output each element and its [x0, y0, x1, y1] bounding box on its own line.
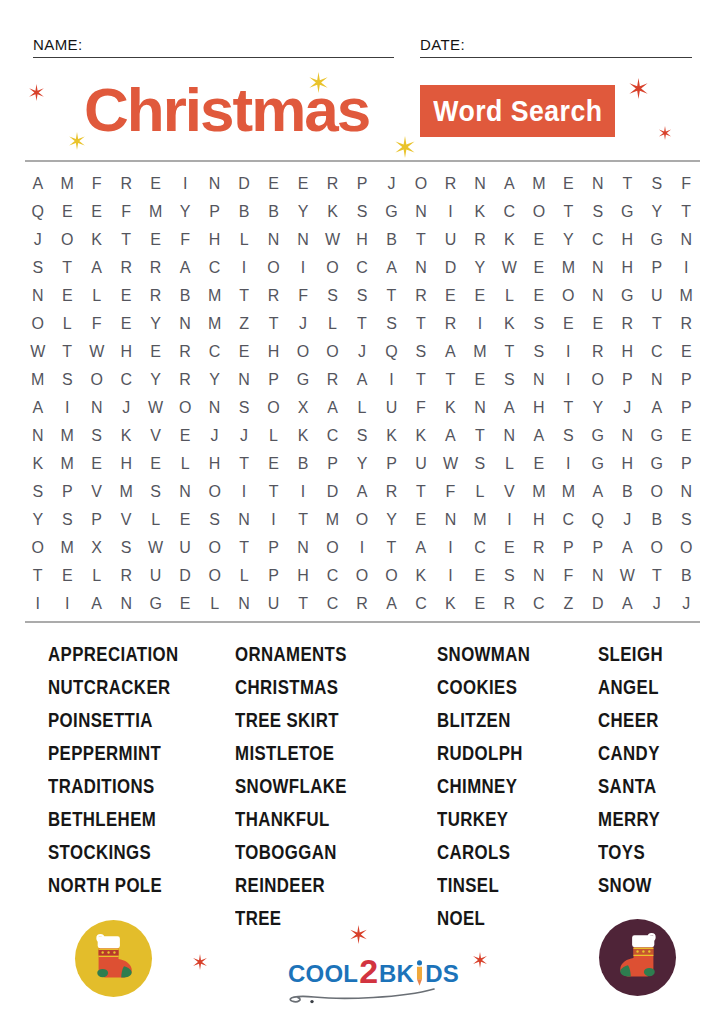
grid-cell: D [179, 568, 191, 584]
grid-cell: Y [150, 316, 161, 332]
grid-cell: S [32, 260, 43, 276]
grid-cell: M [120, 484, 133, 500]
grid-cell: P [209, 204, 220, 220]
grid-cell: N [474, 400, 486, 416]
grid-cell: N [622, 428, 634, 444]
grid-cell: I [183, 176, 187, 192]
word-item: BETHLEHEM [48, 802, 179, 835]
grid-cell: J [682, 596, 690, 612]
grid-cell: S [150, 484, 161, 500]
grid-cell: N [533, 568, 545, 584]
grid-cell: H [120, 456, 132, 472]
word-item: CHIMNEY [437, 769, 530, 802]
grid-cell: G [651, 428, 663, 444]
grid-cell: O [90, 372, 102, 388]
word-item: MERRY [598, 802, 663, 835]
grid-cell: R [356, 596, 368, 612]
grid-cell: I [448, 204, 452, 220]
title-badge-label: Word Search [433, 95, 602, 128]
grid-cell: G [297, 372, 309, 388]
grid-cell: F [298, 288, 308, 304]
grid-cell: H [268, 344, 280, 360]
grid-cell: B [268, 204, 279, 220]
grid-cell: B [622, 484, 633, 500]
grid-cell: P [91, 512, 102, 528]
grid-cell: E [150, 344, 161, 360]
grid-cell: P [681, 456, 692, 472]
grid-cell: T [33, 568, 43, 584]
word-item: RUDOLPH [437, 736, 530, 769]
grid-cell: O [267, 260, 279, 276]
grid-cell: N [179, 316, 191, 332]
grid-cell: N [297, 540, 309, 556]
grid-cell: R [504, 596, 516, 612]
grid-cell: R [327, 176, 339, 192]
grid-cell: C [474, 540, 486, 556]
grid-cell: Q [592, 512, 604, 528]
word-item: ORNAMENTS [235, 637, 347, 670]
grid-cell: M [562, 484, 575, 500]
grid-cell: N [474, 176, 486, 192]
grid-cell: T [652, 568, 662, 584]
grid-cell: F [92, 176, 102, 192]
grid-cell: H [209, 456, 221, 472]
grid-cell: S [563, 428, 574, 444]
grid-cell: M [326, 512, 339, 528]
grid-cell: G [592, 428, 604, 444]
grid-cell: O [356, 512, 368, 528]
grid-cell: E [121, 316, 132, 332]
grid-cell: C [356, 260, 368, 276]
grid-cell: I [566, 344, 570, 360]
grid-cell: Z [563, 596, 573, 612]
grid-cell: E [62, 568, 73, 584]
word-item: STOCKINGS [48, 835, 179, 868]
grid-cell: I [242, 260, 246, 276]
grid-cell: N [209, 400, 221, 416]
grid-cell: E [62, 204, 73, 220]
grid-cell: K [298, 428, 309, 444]
grid-cell: S [651, 176, 662, 192]
grid-cell: Y [180, 204, 191, 220]
grid-cell: M [208, 316, 221, 332]
grid-cell: C [327, 596, 339, 612]
grid-cell: Y [563, 232, 574, 248]
grid-cell: R [120, 176, 132, 192]
grid-cell: X [298, 400, 309, 416]
grid-cell: T [652, 316, 662, 332]
grid-cell: W [148, 400, 163, 416]
grid-cell: D [592, 596, 604, 612]
grid-cell: O [326, 260, 338, 276]
grid-cell: K [416, 428, 427, 444]
star-icon [658, 126, 672, 140]
grid-cell: A [91, 260, 102, 276]
grid-cell: L [475, 484, 484, 500]
grid-cell: P [357, 176, 368, 192]
grid-cell: O [326, 344, 338, 360]
grid-cell: S [327, 288, 338, 304]
grid-cell: O [267, 400, 279, 416]
grid-cell: S [504, 372, 515, 388]
star-icon [628, 78, 649, 99]
stocking-badge-yellow [75, 920, 152, 997]
grid-cell: U [651, 288, 663, 304]
grid-cell: E [91, 204, 102, 220]
grid-cell: N [32, 288, 44, 304]
grid-cell: S [239, 400, 250, 416]
grid-cell: N [238, 512, 250, 528]
grid-cell: C [592, 232, 604, 248]
grid-cell: N [504, 428, 516, 444]
grid-cell: P [681, 372, 692, 388]
word-item: CAROLS [437, 835, 530, 868]
grid-cell: E [121, 288, 132, 304]
grid-cell: C [504, 204, 516, 220]
grid-cell: D [445, 260, 457, 276]
grid-cell: E [416, 512, 427, 528]
grid-cell: U [150, 568, 162, 584]
grid-cell: G [385, 204, 397, 220]
grid-cell: J [122, 400, 130, 416]
grid-cell: E [150, 232, 161, 248]
grid-cell: A [386, 260, 397, 276]
grid-cell: I [360, 540, 364, 556]
grid-cell: W [502, 260, 517, 276]
grid-cell: B [386, 232, 397, 248]
word-list-column-1: APPRECIATIONNUTCRACKERPOINSETTIAPEPPERMI… [48, 637, 211, 901]
grid-cell: T [269, 484, 279, 500]
grid-cell: S [504, 568, 515, 584]
grid-cell: O [592, 372, 604, 388]
grid-cell: S [681, 512, 692, 528]
grid-cell: L [358, 400, 367, 416]
grid-cell: F [180, 232, 190, 248]
grid-cell: B [651, 512, 662, 528]
grid-cell: I [507, 512, 511, 528]
grid-cell: R [150, 260, 162, 276]
grid-cell: Y [298, 204, 309, 220]
grid-cell: S [121, 540, 132, 556]
grid-cell: O [385, 568, 397, 584]
grid-cell: F [416, 400, 426, 416]
grid-cell: C [327, 428, 339, 444]
grid-cell: R [415, 288, 427, 304]
grid-cell: O [32, 540, 44, 556]
grid-cell: M [61, 456, 74, 472]
grid-cell: A [445, 428, 456, 444]
grid-cell: T [269, 316, 279, 332]
word-item: SANTA [598, 769, 663, 802]
grid-cell: N [238, 372, 250, 388]
grid-cell: L [328, 316, 337, 332]
grid-cell: P [268, 540, 279, 556]
word-item: THANKFUL [235, 802, 347, 835]
grid-cell: C [651, 344, 663, 360]
logo-squiggle [282, 985, 444, 1005]
grid-cell: I [448, 540, 452, 556]
word-item: POINSETTIA [48, 703, 179, 736]
grid-cell: T [62, 344, 72, 360]
word-item: PEPPERMINT [48, 736, 179, 769]
grid-cell: T [416, 232, 426, 248]
grid-cell: F [92, 316, 102, 332]
grid-cell: R [592, 344, 604, 360]
grid-cell: G [149, 596, 161, 612]
cool2bkids-logo: COOL 2 BK DS [288, 958, 459, 986]
grid-cell: O [297, 344, 309, 360]
stocking-icon [609, 929, 667, 987]
grid-cell: R [386, 484, 398, 500]
grid-cell: S [416, 344, 427, 360]
grid-cell: I [65, 596, 69, 612]
grid-cell: Y [209, 372, 220, 388]
grid-cell: F [446, 484, 456, 500]
grid-cell: N [445, 512, 457, 528]
grid-cell: A [32, 176, 43, 192]
grid-cell: M [61, 176, 74, 192]
grid-cell: E [681, 344, 692, 360]
grid-cell: B [298, 456, 309, 472]
grid-cell: E [445, 288, 456, 304]
grid-cell: Y [386, 512, 397, 528]
grid-cell: H [120, 344, 132, 360]
grid-cell: Y [592, 400, 603, 416]
word-list-column-2: ORNAMENTSCHRISTMASTREE SKIRTMISTLETOESNO… [235, 637, 375, 934]
grid-cell: G [621, 288, 633, 304]
grid-cell: J [299, 316, 307, 332]
grid-cell: J [623, 512, 631, 528]
pencil-icon [415, 960, 424, 987]
grid-cell: T [563, 400, 573, 416]
grid-cell: L [269, 428, 278, 444]
grid-cell: T [239, 456, 249, 472]
grid-cell: K [32, 456, 43, 472]
word-item: SNOWFLAKE [235, 769, 347, 802]
grid-cell: J [34, 232, 42, 248]
word-item: REINDEER [235, 868, 347, 901]
grid-cell: S [209, 512, 220, 528]
grid-cell: E [62, 288, 73, 304]
grid-cell: E [150, 176, 161, 192]
grid-cell: H [356, 232, 368, 248]
grid-cell: P [651, 260, 662, 276]
grid-cell: W [325, 232, 340, 248]
grid-cell: V [150, 428, 161, 444]
grid-cell: H [533, 400, 545, 416]
grid-cell: T [62, 260, 72, 276]
star-icon [28, 84, 45, 101]
grid-cell: P [268, 372, 279, 388]
grid-cell: E [239, 344, 250, 360]
grid-cell: T [416, 316, 426, 332]
grid-cell: E [534, 260, 545, 276]
grid-cell: L [181, 456, 190, 472]
grid-cell: X [91, 540, 102, 556]
grid-cell: M [61, 428, 74, 444]
grid-cell: Y [475, 260, 486, 276]
grid-cell: R [445, 176, 457, 192]
grid-cell: O [208, 568, 220, 584]
grid-cell: N [120, 596, 132, 612]
grid-cell: E [180, 512, 191, 528]
star-icon [394, 136, 416, 158]
grid-cell: I [301, 484, 305, 500]
grid-cell: E [563, 176, 574, 192]
word-item: BLITZEN [437, 703, 530, 736]
grid-cell: H [297, 568, 309, 584]
grid-cell: N [238, 596, 250, 612]
header-divider [25, 160, 700, 162]
grid-cell: A [32, 400, 43, 416]
word-search-grid: AMFREINDEERPJORNAMENTSFQEEFMYPBBYKSGNIKC… [23, 170, 701, 618]
grid-cell: L [240, 568, 249, 584]
stocking-icon [85, 930, 143, 988]
grid-cell: N [179, 484, 191, 500]
logo-ds: DS [425, 962, 459, 986]
name-label: NAME: [33, 36, 83, 53]
grid-cell: S [32, 484, 43, 500]
grid-cell: B [681, 568, 692, 584]
grid-cell: H [622, 456, 634, 472]
grid-cell: E [475, 372, 486, 388]
grid-cell: O [32, 316, 44, 332]
grid-cell: Q [385, 344, 397, 360]
grid-cell: E [504, 540, 515, 556]
grid-cell: U [415, 456, 427, 472]
grid-cell: J [623, 400, 631, 416]
grid-cell: K [386, 428, 397, 444]
grid-cell: Q [32, 204, 44, 220]
grid-cell: Y [32, 512, 43, 528]
grid-cell: J [211, 428, 219, 444]
grid-cell: P [592, 540, 603, 556]
grid-cell: K [416, 568, 427, 584]
grid-cell: Y [150, 372, 161, 388]
grid-cell: I [478, 316, 482, 332]
grid-cell: L [151, 512, 160, 528]
grid-cell: L [92, 288, 101, 304]
logo-two: 2 [359, 958, 378, 986]
grid-cell: I [271, 512, 275, 528]
grid-cell: W [443, 456, 458, 472]
grid-cell: S [534, 344, 545, 360]
grid-cell: A [592, 484, 603, 500]
grid-cell: T [121, 232, 131, 248]
grid-cell: R [120, 568, 132, 584]
grid-cell: M [149, 204, 162, 220]
grid-cell: R [445, 316, 457, 332]
grid-cell: A [622, 596, 633, 612]
grid-cell: N [415, 260, 427, 276]
grid-cell: I [242, 484, 246, 500]
grid-cell: I [448, 568, 452, 584]
grid-cell: S [357, 204, 368, 220]
grid-cell: A [386, 596, 397, 612]
grid-cell: E [298, 176, 309, 192]
grid-cell: E [150, 456, 161, 472]
grid-cell: R [533, 540, 545, 556]
grid-cell: L [92, 568, 101, 584]
word-item: TOBOGGAN [235, 835, 347, 868]
word-item: CHRISTMAS [235, 670, 347, 703]
grid-cell: K [445, 596, 456, 612]
name-line [33, 57, 394, 58]
grid-cell: O [208, 484, 220, 500]
grid-cell: A [504, 176, 515, 192]
word-item: MISTLETOE [235, 736, 347, 769]
grid-cell: C [120, 372, 132, 388]
grid-cell: N [592, 568, 604, 584]
grid-cell: E [268, 176, 279, 192]
grid-cell: O [651, 484, 663, 500]
grid-cell: E [534, 288, 545, 304]
grid-cell: V [91, 484, 102, 500]
grid-cell: E [681, 428, 692, 444]
grid-cell: I [566, 456, 570, 472]
grid-cell: U [179, 540, 191, 556]
grid-cell: O [208, 540, 220, 556]
grid-cell: R [179, 372, 191, 388]
grid-cell: N [680, 484, 692, 500]
grid-cell: A [416, 540, 427, 556]
grid-cell: W [89, 344, 104, 360]
word-item: NOEL [437, 901, 530, 934]
grid-cell: T [475, 428, 485, 444]
grid-cell: L [505, 288, 514, 304]
grid-cell: C [415, 596, 427, 612]
grid-cell: G [592, 456, 604, 472]
grid-cell: K [327, 204, 338, 220]
word-item: SLEIGH [598, 637, 663, 670]
grid-cell: G [621, 204, 633, 220]
grid-cell: C [209, 344, 221, 360]
grid-cell: H [209, 232, 221, 248]
grid-cell: T [622, 176, 632, 192]
grid-cell: U [268, 596, 280, 612]
grid-cell: D [238, 176, 250, 192]
grid-cell: K [445, 400, 456, 416]
star-icon [472, 952, 488, 968]
grid-cell: L [240, 232, 249, 248]
grid-cell: O [415, 176, 427, 192]
grid-cell: E [534, 456, 545, 472]
grid-cell: T [504, 344, 514, 360]
grid-cell: K [121, 428, 132, 444]
word-item: SNOWMAN [437, 637, 530, 670]
grid-cell: H [622, 344, 634, 360]
grid-cell: Y [357, 456, 368, 472]
grid-cell: A [357, 484, 368, 500]
grid-cell: E [563, 316, 574, 332]
star-icon [192, 954, 208, 970]
grid-cell: M [31, 372, 44, 388]
grid-cell: O [356, 568, 368, 584]
grid-cell: C [327, 568, 339, 584]
logo-cool: COOL [288, 962, 358, 986]
grid-cell: E [534, 232, 545, 248]
grid-cell: M [680, 288, 693, 304]
grid-cell: A [445, 344, 456, 360]
grid-cell: I [389, 372, 393, 388]
grid-cell: W [30, 344, 45, 360]
word-item: TREE [235, 901, 347, 934]
word-item: TINSEL [437, 868, 530, 901]
word-item: COOKIES [437, 670, 530, 703]
word-list-column-3: SNOWMANCOOKIESBLITZENRUDOLPHCHIMNEYTURKE… [437, 637, 554, 934]
grid-cell: C [533, 596, 545, 612]
star-icon [68, 132, 86, 150]
